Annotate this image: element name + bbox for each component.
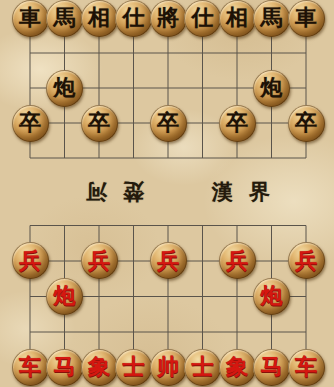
board-point-e4[interactable]: 兵 [151, 243, 186, 279]
board-point-d10[interactable]: 仕 [116, 1, 151, 36]
board-point-a1[interactable]: 车 [13, 349, 48, 385]
board-point-f2[interactable] [185, 314, 220, 350]
board-point-a7[interactable]: 卒 [13, 106, 48, 141]
board-point-f5[interactable] [185, 207, 220, 243]
board-point-b10[interactable]: 馬 [47, 1, 82, 36]
piece-red-elephant[interactable]: 象 [219, 349, 256, 386]
board-point-h7[interactable] [254, 106, 289, 141]
river-band [13, 176, 324, 208]
board-point-b4[interactable] [47, 243, 82, 279]
piece-red-soldier[interactable]: 兵 [81, 242, 118, 279]
piece-glyph: 兵 [226, 249, 248, 271]
board-point-h3[interactable]: 炮 [254, 278, 289, 314]
piece-glyph: 仕 [123, 6, 145, 28]
board-point-a9[interactable] [13, 36, 48, 71]
piece-glyph: 车 [295, 355, 317, 377]
piece-glyph: 兵 [157, 249, 179, 271]
piece-glyph: 马 [261, 355, 283, 377]
board-point-d7[interactable] [116, 106, 151, 141]
piece-red-chariot[interactable]: 车 [288, 349, 325, 386]
piece-glyph: 兵 [19, 249, 41, 271]
board-point-d6[interactable] [116, 141, 151, 176]
board-point-b3[interactable]: 炮 [47, 278, 82, 314]
piece-red-cannon[interactable]: 炮 [46, 278, 83, 315]
board-point-b1[interactable]: 马 [47, 349, 82, 385]
board-point-g1[interactable]: 象 [220, 349, 255, 385]
board-point-c2[interactable] [82, 314, 117, 350]
board-point-c6[interactable] [82, 141, 117, 176]
piece-glyph: 车 [19, 355, 41, 377]
board-point-h6[interactable] [254, 141, 289, 176]
piece-glyph: 士 [192, 355, 214, 377]
piece-glyph: 士 [123, 355, 145, 377]
board-point-e8[interactable] [151, 71, 186, 106]
board-point-b8[interactable]: 炮 [47, 71, 82, 106]
board-point-a10[interactable]: 車 [13, 1, 48, 36]
board-point-h1[interactable]: 马 [254, 349, 289, 385]
board-point-g9[interactable] [220, 36, 255, 71]
board-point-f9[interactable] [185, 36, 220, 71]
piece-glyph: 車 [19, 6, 41, 28]
piece-black-soldier[interactable]: 卒 [12, 105, 49, 142]
piece-red-cannon[interactable]: 炮 [253, 278, 290, 315]
board-point-c10[interactable]: 相 [82, 1, 117, 36]
piece-black-horse[interactable]: 馬 [253, 0, 290, 37]
board-point-d5[interactable] [116, 207, 151, 243]
board-point-a5[interactable] [13, 207, 48, 243]
board-point-i7[interactable]: 卒 [289, 106, 324, 141]
board-point-f7[interactable] [185, 106, 220, 141]
piece-red-advisor[interactable]: 士 [184, 349, 221, 386]
board-point-i6[interactable] [289, 141, 324, 176]
piece-black-advisor[interactable]: 仕 [184, 0, 221, 37]
board-point-i9[interactable] [289, 36, 324, 71]
board-point-c9[interactable] [82, 36, 117, 71]
board-point-d2[interactable] [116, 314, 151, 350]
piece-black-chariot[interactable]: 車 [288, 0, 325, 37]
piece-red-soldier[interactable]: 兵 [12, 242, 49, 279]
board-point-f10[interactable]: 仕 [185, 1, 220, 36]
piece-black-horse[interactable]: 馬 [46, 0, 83, 37]
piece-black-cannon[interactable]: 炮 [46, 70, 83, 107]
piece-glyph: 相 [226, 6, 248, 28]
piece-red-chariot[interactable]: 车 [12, 349, 49, 386]
board-point-b7[interactable] [47, 106, 82, 141]
piece-glyph: 象 [226, 355, 248, 377]
board-point-b6[interactable] [47, 141, 82, 176]
board-point-c7[interactable]: 卒 [82, 106, 117, 141]
piece-black-soldier[interactable]: 卒 [288, 105, 325, 142]
board-point-e5[interactable] [151, 207, 186, 243]
piece-glyph: 卒 [88, 111, 110, 133]
board-point-g2[interactable] [220, 314, 255, 350]
piece-glyph: 帅 [157, 355, 179, 377]
board-point-h8[interactable]: 炮 [254, 71, 289, 106]
board-point-d1[interactable]: 士 [116, 349, 151, 385]
board-point-a3[interactable] [13, 278, 48, 314]
piece-red-advisor[interactable]: 士 [115, 349, 152, 386]
board-point-a4[interactable]: 兵 [13, 243, 48, 279]
piece-red-general[interactable]: 帅 [150, 349, 187, 386]
piece-black-chariot[interactable]: 車 [12, 0, 49, 37]
piece-red-soldier[interactable]: 兵 [219, 242, 256, 279]
piece-glyph: 卒 [19, 111, 41, 133]
piece-red-horse[interactable]: 马 [253, 349, 290, 386]
board-point-f1[interactable]: 士 [185, 349, 220, 385]
piece-glyph: 相 [88, 6, 110, 28]
piece-black-general[interactable]: 將 [150, 0, 187, 37]
board-point-e1[interactable]: 帅 [151, 349, 186, 385]
piece-black-cannon[interactable]: 炮 [253, 70, 290, 107]
piece-glyph: 炮 [261, 284, 283, 306]
board-point-g10[interactable]: 相 [220, 1, 255, 36]
board-point-c3[interactable] [82, 278, 117, 314]
piece-glyph: 卒 [295, 111, 317, 133]
board-point-d4[interactable] [116, 243, 151, 279]
board-point-c5[interactable] [82, 207, 117, 243]
board-point-i3[interactable] [289, 278, 324, 314]
board-point-f6[interactable] [185, 141, 220, 176]
piece-glyph: 仕 [192, 6, 214, 28]
board-point-d9[interactable] [116, 36, 151, 71]
board-point-f8[interactable] [185, 71, 220, 106]
board-point-b5[interactable] [47, 207, 82, 243]
board-point-h5[interactable] [254, 207, 289, 243]
piece-glyph: 炮 [54, 76, 76, 98]
board-point-i4[interactable]: 兵 [289, 243, 324, 279]
piece-glyph: 炮 [54, 284, 76, 306]
board-point-b9[interactable] [47, 36, 82, 71]
board-point-e2[interactable] [151, 314, 186, 350]
board-point-h4[interactable] [254, 243, 289, 279]
board-point-e10[interactable]: 將 [151, 1, 186, 36]
board-point-h9[interactable] [254, 36, 289, 71]
board-point-g6[interactable] [220, 141, 255, 176]
piece-glyph: 兵 [295, 249, 317, 271]
piece-glyph: 兵 [88, 249, 110, 271]
piece-black-soldier[interactable]: 卒 [150, 105, 187, 142]
board-point-a8[interactable] [13, 71, 48, 106]
board-point-i1[interactable]: 车 [289, 349, 324, 385]
piece-glyph: 卒 [157, 111, 179, 133]
piece-glyph: 馬 [261, 6, 283, 28]
board-point-i8[interactable] [289, 71, 324, 106]
piece-red-elephant[interactable]: 象 [81, 349, 118, 386]
board-point-e9[interactable] [151, 36, 186, 71]
board-point-f4[interactable] [185, 243, 220, 279]
piece-glyph: 象 [88, 355, 110, 377]
piece-black-soldier[interactable]: 卒 [219, 105, 256, 142]
board-point-e7[interactable]: 卒 [151, 106, 186, 141]
piece-black-elephant[interactable]: 相 [81, 0, 118, 37]
board-point-e6[interactable] [151, 141, 186, 176]
piece-glyph: 車 [295, 6, 317, 28]
board-point-c8[interactable] [82, 71, 117, 106]
board-point-g5[interactable] [220, 207, 255, 243]
board-point-c4[interactable]: 兵 [82, 243, 117, 279]
piece-glyph: 馬 [54, 6, 76, 28]
xiangqi-board: 楚河 漢界 車馬相仕將仕相馬車炮炮卒卒卒卒卒兵兵兵兵兵炮炮车马象士帅士象马车 [0, 0, 334, 387]
board-point-i2[interactable] [289, 314, 324, 350]
piece-glyph: 卒 [226, 111, 248, 133]
piece-black-elephant[interactable]: 相 [219, 0, 256, 37]
piece-red-soldier[interactable]: 兵 [150, 242, 187, 279]
board-point-g3[interactable] [220, 278, 255, 314]
board-point-c1[interactable]: 象 [82, 349, 117, 385]
board-point-e3[interactable] [151, 278, 186, 314]
board-point-a6[interactable] [13, 141, 48, 176]
board-point-g8[interactable] [220, 71, 255, 106]
piece-black-advisor[interactable]: 仕 [115, 0, 152, 37]
board-point-b2[interactable] [47, 314, 82, 350]
board-point-d3[interactable] [116, 278, 151, 314]
board-point-f3[interactable] [185, 278, 220, 314]
piece-glyph: 炮 [261, 76, 283, 98]
board-point-i10[interactable]: 車 [289, 1, 324, 36]
piece-glyph: 马 [54, 355, 76, 377]
board-point-d8[interactable] [116, 71, 151, 106]
board-point-h2[interactable] [254, 314, 289, 350]
board-point-h10[interactable]: 馬 [254, 1, 289, 36]
board-point-a2[interactable] [13, 314, 48, 350]
piece-red-soldier[interactable]: 兵 [288, 242, 325, 279]
piece-black-soldier[interactable]: 卒 [81, 105, 118, 142]
piece-red-horse[interactable]: 马 [46, 349, 83, 386]
board-point-g7[interactable]: 卒 [220, 106, 255, 141]
piece-glyph: 將 [157, 6, 179, 28]
board-points: 車馬相仕將仕相馬車炮炮卒卒卒卒卒兵兵兵兵兵炮炮车马象士帅士象马车 [13, 1, 324, 385]
board-point-g4[interactable]: 兵 [220, 243, 255, 279]
board-point-i5[interactable] [289, 207, 324, 243]
